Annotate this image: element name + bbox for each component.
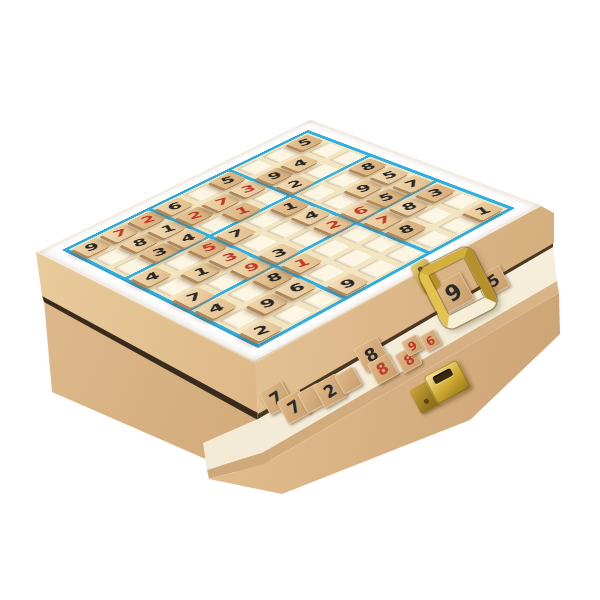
tile-digit: 5 bbox=[199, 242, 219, 254]
tile-digit: 8 bbox=[396, 224, 417, 236]
tile-digit: 5 bbox=[219, 175, 238, 186]
tile-digit: 1 bbox=[281, 201, 301, 213]
tile-digit: 3 bbox=[270, 247, 290, 260]
tray-tile-digit: 6 bbox=[423, 333, 437, 348]
tile-digit: 9 bbox=[242, 261, 262, 274]
tile-digit: 3 bbox=[425, 187, 446, 199]
tile-digit: 7 bbox=[111, 227, 130, 239]
tile-digit: 5 bbox=[380, 170, 400, 181]
tile-digit: 2 bbox=[251, 323, 273, 337]
tile-digit: 4 bbox=[206, 301, 227, 315]
tile-digit: 2 bbox=[324, 219, 344, 231]
tile-digit: 4 bbox=[302, 210, 322, 222]
tray-tile-digit: 2 bbox=[320, 381, 339, 402]
tile-digit: 6 bbox=[350, 205, 370, 217]
tile-digit: 7 bbox=[213, 196, 232, 207]
tile-digit: 1 bbox=[292, 257, 313, 270]
tile-digit: 2 bbox=[139, 214, 158, 226]
screw-icon bbox=[423, 398, 430, 405]
tile-digit: 6 bbox=[166, 201, 185, 212]
latch-slot bbox=[432, 368, 453, 384]
tile-digit: 7 bbox=[373, 214, 394, 226]
tile-digit: 3 bbox=[239, 183, 258, 194]
tile-digit: 4 bbox=[179, 232, 198, 244]
tile-digit: 3 bbox=[220, 251, 240, 264]
tile-digit: 2 bbox=[186, 210, 205, 222]
tile-digit: 7 bbox=[227, 228, 247, 240]
tile-digit: 3 bbox=[151, 246, 170, 258]
tile-digit: 2 bbox=[286, 179, 305, 190]
tile-digit: 8 bbox=[399, 200, 420, 212]
tile-digit: 1 bbox=[192, 266, 212, 279]
product-photo-wooden-sudoku-box: 7728889596 97265581273943412457181349579… bbox=[0, 0, 600, 600]
tile-digit: 6 bbox=[286, 282, 307, 295]
tile-digit: 1 bbox=[472, 205, 494, 217]
tile-digit: 9 bbox=[83, 241, 102, 253]
tile-digit: 9 bbox=[354, 183, 374, 194]
tile-digit: 9 bbox=[265, 170, 284, 181]
tile-digit: 8 bbox=[131, 237, 150, 249]
tile-digit: 5 bbox=[377, 192, 397, 204]
tile-digit: 9 bbox=[258, 297, 279, 311]
tray-tile-digit: 8 bbox=[374, 359, 392, 378]
tile-digit: 7 bbox=[185, 291, 205, 304]
tile-digit: 4 bbox=[143, 270, 163, 283]
tile-digit: 1 bbox=[233, 205, 252, 217]
tile-digit: 9 bbox=[338, 277, 360, 290]
tile-digit: 8 bbox=[358, 161, 378, 172]
tile-digit: 5 bbox=[296, 138, 315, 148]
tile-digit: 8 bbox=[264, 271, 285, 284]
tile-digit: 1 bbox=[158, 223, 177, 235]
tile-digit: 4 bbox=[291, 158, 310, 169]
tile-digit: 7 bbox=[402, 178, 422, 189]
tray-tile-digit: 9 bbox=[405, 338, 419, 353]
